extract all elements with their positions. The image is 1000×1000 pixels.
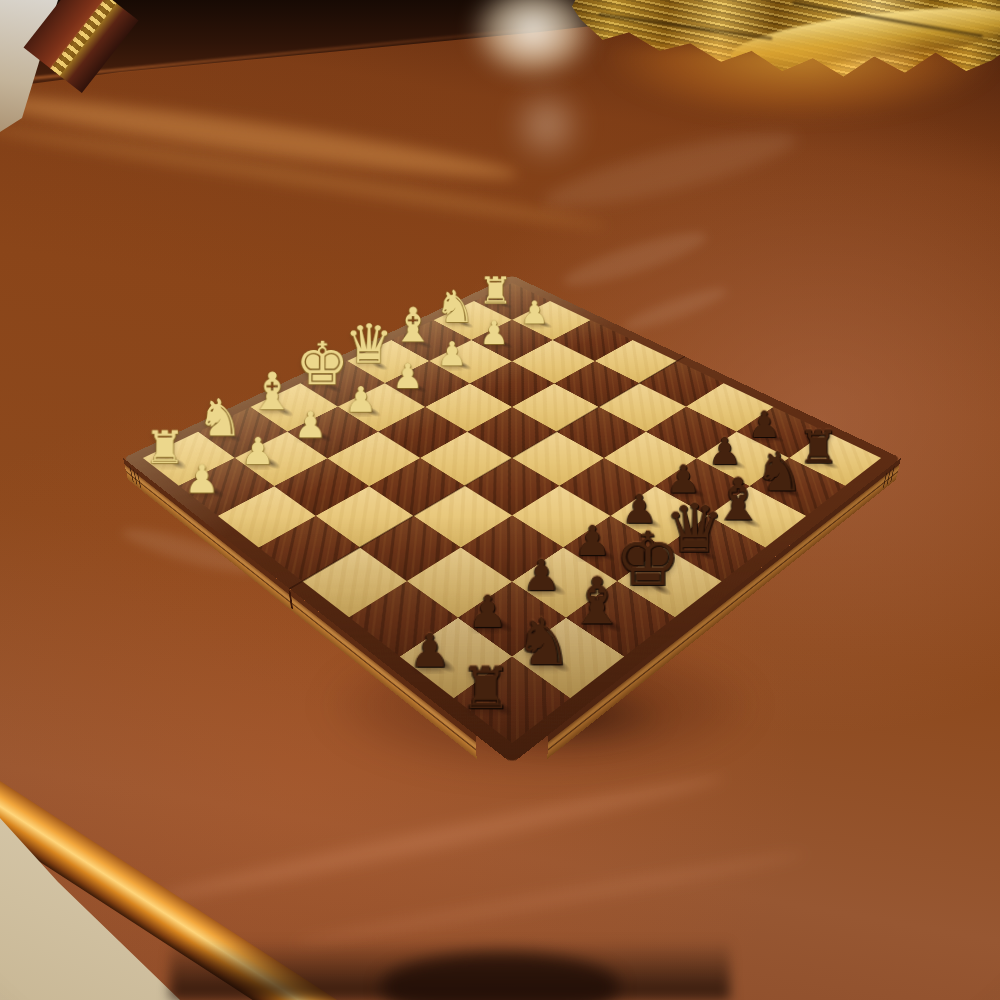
piece-white-knight-g1[interactable]: ♞ bbox=[197, 392, 243, 443]
fold-seam-notch bbox=[288, 590, 293, 610]
square-g4[interactable] bbox=[316, 486, 414, 547]
piece-white-knight-b1[interactable]: ♞ bbox=[435, 284, 475, 328]
corner-groove bbox=[528, 754, 530, 772]
piece-white-king-e1[interactable]: ♚ bbox=[295, 334, 349, 393]
piece-black-rook-h8[interactable]: ♜ bbox=[460, 659, 512, 717]
piece-white-rook-a1[interactable]: ♜ bbox=[478, 272, 512, 309]
piece-black-bishop-f8[interactable]: ♝ bbox=[569, 569, 627, 634]
piece-white-bishop-c1[interactable]: ♝ bbox=[392, 302, 435, 349]
piece-white-pawn-f2[interactable]: ♟ bbox=[294, 407, 327, 443]
corner-groove bbox=[488, 749, 490, 767]
piece-black-pawn-h7[interactable]: ♟ bbox=[409, 628, 450, 674]
piece-white-pawn-c2[interactable]: ♟ bbox=[437, 337, 467, 370]
piece-black-knight-g8[interactable]: ♞ bbox=[515, 610, 573, 675]
piece-black-pawn-g7[interactable]: ♟ bbox=[468, 590, 508, 634]
piece-white-pawn-e2[interactable]: ♟ bbox=[345, 382, 377, 417]
piece-white-pawn-d2[interactable]: ♟ bbox=[392, 359, 423, 393]
piece-white-pawn-b2[interactable]: ♟ bbox=[480, 317, 509, 349]
piece-black-pawn-a7[interactable]: ♟ bbox=[748, 407, 781, 443]
scene: ♜♟♟♜♞♟♟♞♝♟♟♝♛♟♟♛♚♟♟♚♝♟♟♝♞♟♟♞♜♟♟♜ bbox=[0, 0, 1000, 1000]
piece-white-pawn-h2[interactable]: ♟ bbox=[184, 460, 219, 499]
piece-black-pawn-e7[interactable]: ♟ bbox=[574, 521, 611, 562]
piece-black-rook-a8[interactable]: ♜ bbox=[798, 425, 839, 471]
piece-black-pawn-f7[interactable]: ♟ bbox=[523, 554, 561, 597]
piece-black-pawn-b7[interactable]: ♟ bbox=[708, 433, 742, 470]
piece-white-pawn-a2[interactable]: ♟ bbox=[520, 297, 548, 329]
gold-reflection-on-table bbox=[556, 44, 1000, 174]
piece-white-bishop-f1[interactable]: ♝ bbox=[249, 366, 296, 417]
piece-white-queen-d1[interactable]: ♛ bbox=[344, 317, 393, 371]
piece-white-pawn-g2[interactable]: ♟ bbox=[241, 433, 275, 470]
piece-white-rook-h1[interactable]: ♜ bbox=[144, 425, 185, 471]
